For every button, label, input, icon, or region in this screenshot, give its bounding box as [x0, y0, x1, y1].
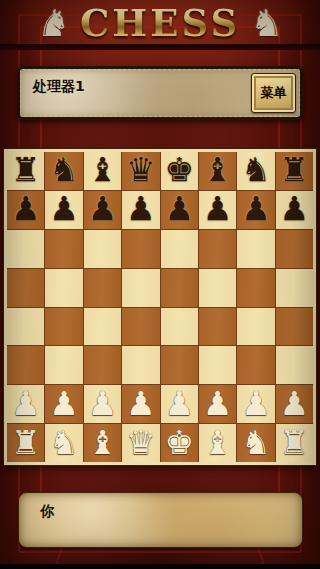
piece-black-rook[interactable]: ♜	[280, 153, 310, 186]
square-a2[interactable]: ♟	[7, 385, 44, 423]
square-d8[interactable]: ♛	[122, 152, 159, 190]
knight-icon-right: ♞	[250, 5, 283, 42]
piece-black-pawn[interactable]: ♟	[49, 192, 79, 225]
square-d5[interactable]	[122, 269, 159, 307]
piece-white-bishop[interactable]: ♝	[203, 426, 233, 459]
square-a8[interactable]: ♜	[7, 152, 44, 190]
piece-white-queen[interactable]: ♛	[126, 426, 156, 459]
square-h2[interactable]: ♟	[276, 385, 313, 423]
square-b7[interactable]: ♟	[45, 191, 82, 229]
square-e3[interactable]	[161, 346, 198, 384]
square-a1[interactable]: ♜	[7, 424, 44, 462]
piece-white-bishop[interactable]: ♝	[88, 426, 118, 459]
square-c1[interactable]: ♝	[84, 424, 121, 462]
piece-white-pawn[interactable]: ♟	[203, 387, 233, 420]
player-bar: 你	[18, 492, 303, 548]
piece-white-pawn[interactable]: ♟	[88, 387, 118, 420]
square-d6[interactable]	[122, 230, 159, 268]
piece-white-pawn[interactable]: ♟	[280, 387, 310, 420]
player-name-label: 你	[40, 503, 54, 521]
square-c4[interactable]	[84, 308, 121, 346]
piece-white-king[interactable]: ♚	[164, 426, 194, 459]
square-e2[interactable]: ♟	[161, 385, 198, 423]
piece-white-knight[interactable]: ♞	[241, 426, 271, 459]
piece-black-pawn[interactable]: ♟	[88, 192, 118, 225]
square-b6[interactable]	[45, 230, 82, 268]
piece-black-pawn[interactable]: ♟	[11, 192, 41, 225]
piece-white-pawn[interactable]: ♟	[11, 387, 41, 420]
square-a3[interactable]	[7, 346, 44, 384]
square-g6[interactable]	[237, 230, 274, 268]
piece-white-pawn[interactable]: ♟	[241, 387, 271, 420]
square-d4[interactable]	[122, 308, 159, 346]
piece-black-knight[interactable]: ♞	[241, 153, 271, 186]
square-c7[interactable]: ♟	[84, 191, 121, 229]
square-e1[interactable]: ♚	[161, 424, 198, 462]
app-title: CHESS	[76, 5, 244, 42]
square-b1[interactable]: ♞	[45, 424, 82, 462]
piece-white-pawn[interactable]: ♟	[164, 387, 194, 420]
piece-black-pawn[interactable]: ♟	[203, 192, 233, 225]
square-g8[interactable]: ♞	[237, 152, 274, 190]
square-h5[interactable]	[276, 269, 313, 307]
square-h7[interactable]: ♟	[276, 191, 313, 229]
square-g5[interactable]	[237, 269, 274, 307]
piece-black-pawn[interactable]: ♟	[280, 192, 310, 225]
square-g1[interactable]: ♞	[237, 424, 274, 462]
chess-app: ♞ CHESS ♞ 处理器1 菜单 ♜♞♝♛♚♝♞♜♟♟♟♟♟♟♟♟♟♟♟♟♟♟…	[0, 0, 320, 569]
board-grid: ♜♞♝♛♚♝♞♜♟♟♟♟♟♟♟♟♟♟♟♟♟♟♟♟♜♞♝♛♚♝♞♜	[7, 152, 313, 462]
square-b8[interactable]: ♞	[45, 152, 82, 190]
piece-white-rook[interactable]: ♜	[280, 426, 310, 459]
square-e7[interactable]: ♟	[161, 191, 198, 229]
square-c8[interactable]: ♝	[84, 152, 121, 190]
square-f6[interactable]	[199, 230, 236, 268]
square-c2[interactable]: ♟	[84, 385, 121, 423]
square-d2[interactable]: ♟	[122, 385, 159, 423]
piece-white-pawn[interactable]: ♟	[49, 387, 79, 420]
square-f4[interactable]	[199, 308, 236, 346]
square-e5[interactable]	[161, 269, 198, 307]
square-e4[interactable]	[161, 308, 198, 346]
square-d3[interactable]	[122, 346, 159, 384]
chess-board: ♜♞♝♛♚♝♞♜♟♟♟♟♟♟♟♟♟♟♟♟♟♟♟♟♜♞♝♛♚♝♞♜	[4, 149, 316, 465]
square-d7[interactable]: ♟	[122, 191, 159, 229]
square-b5[interactable]	[45, 269, 82, 307]
square-a6[interactable]	[7, 230, 44, 268]
piece-black-pawn[interactable]: ♟	[164, 192, 194, 225]
square-d1[interactable]: ♛	[122, 424, 159, 462]
piece-black-knight[interactable]: ♞	[49, 153, 79, 186]
square-a7[interactable]: ♟	[7, 191, 44, 229]
square-f5[interactable]	[199, 269, 236, 307]
square-b3[interactable]	[45, 346, 82, 384]
square-f7[interactable]: ♟	[199, 191, 236, 229]
square-h8[interactable]: ♜	[276, 152, 313, 190]
square-f3[interactable]	[199, 346, 236, 384]
square-g2[interactable]: ♟	[237, 385, 274, 423]
square-f8[interactable]: ♝	[199, 152, 236, 190]
square-e6[interactable]	[161, 230, 198, 268]
square-h1[interactable]: ♜	[276, 424, 313, 462]
square-f1[interactable]: ♝	[199, 424, 236, 462]
square-f2[interactable]: ♟	[199, 385, 236, 423]
title-bar: ♞ CHESS ♞	[0, 0, 320, 46]
piece-black-pawn[interactable]: ♟	[241, 192, 271, 225]
square-g7[interactable]: ♟	[237, 191, 274, 229]
piece-black-bishop[interactable]: ♝	[203, 153, 233, 186]
piece-white-pawn[interactable]: ♟	[126, 387, 156, 420]
opponent-name-label: 处理器1	[33, 78, 85, 96]
square-b2[interactable]: ♟	[45, 385, 82, 423]
square-g3[interactable]	[237, 346, 274, 384]
square-c5[interactable]	[84, 269, 121, 307]
square-h6[interactable]	[276, 230, 313, 268]
piece-white-knight[interactable]: ♞	[49, 426, 79, 459]
piece-white-rook[interactable]: ♜	[11, 426, 41, 459]
square-c6[interactable]	[84, 230, 121, 268]
piece-black-pawn[interactable]: ♟	[126, 192, 156, 225]
square-b4[interactable]	[45, 308, 82, 346]
opponent-bar: 处理器1 菜单	[17, 66, 303, 120]
square-h4[interactable]	[276, 308, 313, 346]
square-a5[interactable]	[7, 269, 44, 307]
square-h3[interactable]	[276, 346, 313, 384]
square-a4[interactable]	[7, 308, 44, 346]
piece-black-queen[interactable]: ♛	[126, 153, 156, 186]
knight-icon-left: ♞	[37, 5, 70, 42]
square-e8[interactable]: ♚	[161, 152, 198, 190]
piece-black-king[interactable]: ♚	[164, 153, 194, 186]
bottom-edge-strip	[0, 564, 320, 569]
menu-button[interactable]: 菜单	[251, 73, 296, 113]
piece-black-rook[interactable]: ♜	[11, 153, 41, 186]
square-g4[interactable]	[237, 308, 274, 346]
piece-black-bishop[interactable]: ♝	[88, 153, 118, 186]
square-c3[interactable]	[84, 346, 121, 384]
